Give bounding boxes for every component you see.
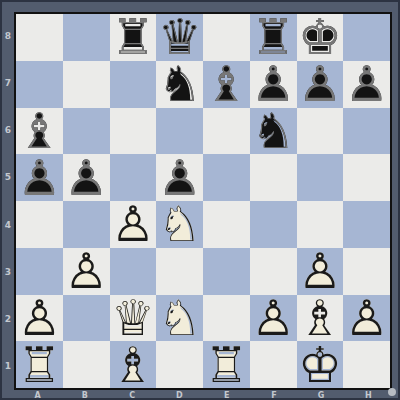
square-d3[interactable]	[156, 248, 203, 295]
piece-white-bishop[interactable]: ♝♗	[110, 341, 157, 388]
square-d5[interactable]: ♟♙	[156, 154, 203, 201]
piece-outline: ♙	[343, 296, 390, 343]
piece-white-pawn[interactable]: ♟♙	[16, 295, 63, 342]
piece-outline: ♙	[110, 202, 157, 249]
piece-outline: ♖	[16, 342, 63, 389]
chess-window: 87654321 ♜♖♛♕♜♖♚♔♞♘♝♗♟♙♟♙♟♙♝♗♞♘♟♙♟♙♟♙♟♙♞…	[0, 0, 400, 400]
rank-label-4: 4	[2, 201, 14, 248]
piece-outline: ♗	[203, 62, 250, 109]
piece-outline: ♗	[297, 296, 344, 343]
square-b2[interactable]	[63, 295, 110, 342]
piece-outline: ♖	[250, 15, 297, 62]
square-e5[interactable]	[203, 154, 250, 201]
piece-black-pawn[interactable]: ♟♙	[156, 154, 203, 201]
piece-white-rook[interactable]: ♜♖	[203, 341, 250, 388]
piece-outline: ♙	[297, 62, 344, 109]
piece-black-knight[interactable]: ♞♘	[156, 61, 203, 108]
piece-white-pawn[interactable]: ♟♙	[63, 248, 110, 295]
square-f7[interactable]: ♟♙	[250, 61, 297, 108]
square-h6[interactable]	[343, 108, 390, 155]
piece-outline: ♕	[156, 15, 203, 62]
piece-outline: ♙	[343, 62, 390, 109]
piece-white-rook[interactable]: ♜♖	[16, 341, 63, 388]
square-e1[interactable]: ♜♖	[203, 341, 250, 388]
square-c7[interactable]	[110, 61, 157, 108]
rank-label-1: 1	[2, 343, 14, 390]
square-b1[interactable]	[63, 341, 110, 388]
square-h8[interactable]	[343, 14, 390, 61]
square-f1[interactable]	[250, 341, 297, 388]
square-d4[interactable]: ♞♘	[156, 201, 203, 248]
piece-outline: ♗	[110, 342, 157, 389]
square-d7[interactable]: ♞♘	[156, 61, 203, 108]
rank-label-5: 5	[2, 154, 14, 201]
piece-white-pawn[interactable]: ♟♙	[250, 295, 297, 342]
square-c6[interactable]	[110, 108, 157, 155]
rank-label-7: 7	[2, 59, 14, 106]
square-d6[interactable]	[156, 108, 203, 155]
square-e8[interactable]	[203, 14, 250, 61]
file-labels: ABCDEFGH	[14, 389, 392, 400]
square-f4[interactable]	[250, 201, 297, 248]
square-a6[interactable]: ♝♗	[16, 108, 63, 155]
rank-labels: 87654321	[2, 12, 14, 390]
piece-outline: ♙	[16, 296, 63, 343]
piece-black-pawn[interactable]: ♟♙	[343, 61, 390, 108]
piece-white-king[interactable]: ♚♔	[297, 341, 344, 388]
square-a2[interactable]: ♟♙	[16, 295, 63, 342]
square-f2[interactable]: ♟♙	[250, 295, 297, 342]
square-f8[interactable]: ♜♖	[250, 14, 297, 61]
square-a1[interactable]: ♜♖	[16, 341, 63, 388]
square-g5[interactable]	[297, 154, 344, 201]
piece-white-bishop[interactable]: ♝♗	[297, 295, 344, 342]
file-label-e: E	[203, 389, 250, 400]
square-g6[interactable]	[297, 108, 344, 155]
piece-outline: ♖	[110, 15, 157, 62]
square-g2[interactable]: ♝♗	[297, 295, 344, 342]
square-e6[interactable]	[203, 108, 250, 155]
square-c1[interactable]: ♝♗	[110, 341, 157, 388]
rank-label-8: 8	[2, 12, 14, 59]
piece-outline: ♘	[156, 296, 203, 343]
square-f3[interactable]	[250, 248, 297, 295]
piece-black-queen[interactable]: ♛♕	[156, 14, 203, 61]
piece-outline: ♔	[297, 15, 344, 62]
square-e7[interactable]: ♝♗	[203, 61, 250, 108]
file-label-b: B	[61, 389, 108, 400]
piece-black-bishop[interactable]: ♝♗	[16, 108, 63, 155]
square-e4[interactable]	[203, 201, 250, 248]
piece-outline: ♖	[203, 342, 250, 389]
square-f6[interactable]: ♞♘	[250, 108, 297, 155]
piece-white-knight[interactable]: ♞♘	[156, 201, 203, 248]
square-d1[interactable]	[156, 341, 203, 388]
square-h4[interactable]	[343, 201, 390, 248]
piece-outline: ♔	[297, 342, 344, 389]
file-label-h: H	[345, 389, 392, 400]
piece-outline: ♙	[63, 249, 110, 296]
square-g8[interactable]: ♚♔	[297, 14, 344, 61]
square-b3[interactable]: ♟♙	[63, 248, 110, 295]
square-e2[interactable]	[203, 295, 250, 342]
piece-outline: ♘	[250, 109, 297, 156]
piece-outline: ♘	[156, 62, 203, 109]
piece-outline: ♙	[16, 155, 63, 202]
square-d8[interactable]: ♛♕	[156, 14, 203, 61]
rank-label-2: 2	[2, 296, 14, 343]
file-label-g: G	[298, 389, 345, 400]
piece-outline: ♙	[250, 62, 297, 109]
square-f5[interactable]	[250, 154, 297, 201]
piece-white-pawn[interactable]: ♟♙	[343, 295, 390, 342]
square-b6[interactable]	[63, 108, 110, 155]
file-label-c: C	[109, 389, 156, 400]
chess-board[interactable]: ♜♖♛♕♜♖♚♔♞♘♝♗♟♙♟♙♟♙♝♗♞♘♟♙♟♙♟♙♟♙♞♘♟♙♟♙♟♙♛♕…	[14, 12, 392, 390]
piece-black-pawn[interactable]: ♟♙	[63, 154, 110, 201]
piece-black-bishop[interactable]: ♝♗	[203, 61, 250, 108]
square-h2[interactable]: ♟♙	[343, 295, 390, 342]
square-e3[interactable]	[203, 248, 250, 295]
square-c3[interactable]	[110, 248, 157, 295]
file-label-d: D	[156, 389, 203, 400]
piece-outline: ♙	[250, 296, 297, 343]
square-c8[interactable]: ♜♖	[110, 14, 157, 61]
piece-black-knight[interactable]: ♞♘	[250, 108, 297, 155]
piece-white-pawn[interactable]: ♟♙	[110, 201, 157, 248]
rank-label-6: 6	[2, 107, 14, 154]
piece-white-knight[interactable]: ♞♘	[156, 295, 203, 342]
square-a7[interactable]	[16, 61, 63, 108]
piece-white-queen[interactable]: ♛♕	[110, 295, 157, 342]
file-label-a: A	[14, 389, 61, 400]
piece-outline: ♗	[16, 109, 63, 156]
rank-label-3: 3	[2, 248, 14, 295]
piece-outline: ♙	[297, 249, 344, 296]
square-h5[interactable]	[343, 154, 390, 201]
piece-black-rook[interactable]: ♜♖	[110, 14, 157, 61]
square-g4[interactable]	[297, 201, 344, 248]
square-g3[interactable]: ♟♙	[297, 248, 344, 295]
square-b7[interactable]	[63, 61, 110, 108]
square-h1[interactable]	[343, 341, 390, 388]
square-g7[interactable]: ♟♙	[297, 61, 344, 108]
square-c2[interactable]: ♛♕	[110, 295, 157, 342]
piece-outline: ♙	[63, 155, 110, 202]
file-label-f: F	[250, 389, 297, 400]
piece-black-king[interactable]: ♚♔	[297, 14, 344, 61]
piece-outline: ♙	[156, 155, 203, 202]
square-h7[interactable]: ♟♙	[343, 61, 390, 108]
square-a3[interactable]	[16, 248, 63, 295]
square-h3[interactable]	[343, 248, 390, 295]
piece-white-pawn[interactable]: ♟♙	[297, 248, 344, 295]
square-d2[interactable]: ♞♘	[156, 295, 203, 342]
piece-black-rook[interactable]: ♜♖	[250, 14, 297, 61]
square-c4[interactable]: ♟♙	[110, 201, 157, 248]
square-g1[interactable]: ♚♔	[297, 341, 344, 388]
square-b4[interactable]	[63, 201, 110, 248]
square-a5[interactable]: ♟♙	[16, 154, 63, 201]
piece-black-pawn[interactable]: ♟♙	[297, 61, 344, 108]
resize-grip-icon[interactable]	[388, 388, 396, 396]
square-a4[interactable]	[16, 201, 63, 248]
piece-outline: ♘	[156, 202, 203, 249]
square-b5[interactable]: ♟♙	[63, 154, 110, 201]
square-c5[interactable]	[110, 154, 157, 201]
square-a8[interactable]	[16, 14, 63, 61]
piece-black-pawn[interactable]: ♟♙	[16, 154, 63, 201]
piece-outline: ♕	[110, 296, 157, 343]
square-b8[interactable]	[63, 14, 110, 61]
piece-black-pawn[interactable]: ♟♙	[250, 61, 297, 108]
